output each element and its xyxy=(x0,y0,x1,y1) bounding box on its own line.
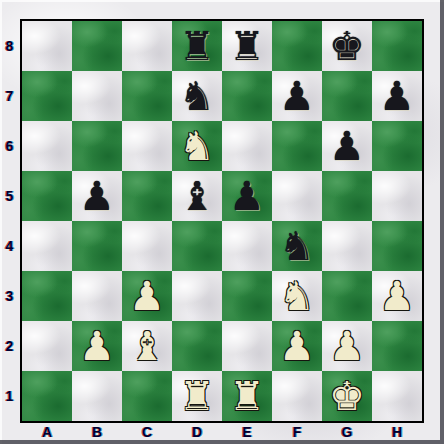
piece-black-king[interactable]: ♚ xyxy=(329,21,365,71)
square-f1[interactable] xyxy=(272,371,322,421)
square-d8[interactable]: ♜ xyxy=(172,21,222,71)
chess-diagram: ♜♜♚♞♟♟♞♟♟♝♟♞♟♞♟♟♝♟♟♜♜♚ 87654321 ABCDEFGH xyxy=(0,0,444,444)
square-a6[interactable] xyxy=(22,121,72,171)
square-f3[interactable]: ♞ xyxy=(272,271,322,321)
piece-white-rook[interactable]: ♜ xyxy=(179,371,215,421)
file-label-d: D xyxy=(172,423,222,441)
square-c6[interactable] xyxy=(122,121,172,171)
square-b5[interactable]: ♟ xyxy=(72,171,122,221)
square-a1[interactable] xyxy=(22,371,72,421)
file-label-c: C xyxy=(122,423,172,441)
square-f4[interactable]: ♞ xyxy=(272,221,322,271)
square-h5[interactable] xyxy=(372,171,422,221)
rank-label-6: 6 xyxy=(0,121,19,171)
square-d3[interactable] xyxy=(172,271,222,321)
square-e4[interactable] xyxy=(222,221,272,271)
square-h8[interactable] xyxy=(372,21,422,71)
square-f6[interactable] xyxy=(272,121,322,171)
square-d5[interactable]: ♝ xyxy=(172,171,222,221)
square-h1[interactable] xyxy=(372,371,422,421)
square-c7[interactable] xyxy=(122,71,172,121)
square-e3[interactable] xyxy=(222,271,272,321)
square-b4[interactable] xyxy=(72,221,122,271)
piece-black-pawn[interactable]: ♟ xyxy=(229,171,265,221)
file-label-h: H xyxy=(372,423,422,441)
square-a4[interactable] xyxy=(22,221,72,271)
file-label-e: E xyxy=(222,423,272,441)
square-b7[interactable] xyxy=(72,71,122,121)
square-f8[interactable] xyxy=(272,21,322,71)
square-c3[interactable]: ♟ xyxy=(122,271,172,321)
piece-black-pawn[interactable]: ♟ xyxy=(279,71,315,121)
square-d1[interactable]: ♜ xyxy=(172,371,222,421)
square-e8[interactable]: ♜ xyxy=(222,21,272,71)
piece-black-pawn[interactable]: ♟ xyxy=(329,121,365,171)
piece-black-knight[interactable]: ♞ xyxy=(279,221,315,271)
square-f2[interactable]: ♟ xyxy=(272,321,322,371)
square-c5[interactable] xyxy=(122,171,172,221)
square-g4[interactable] xyxy=(322,221,372,271)
square-d4[interactable] xyxy=(172,221,222,271)
square-c8[interactable] xyxy=(122,21,172,71)
square-f7[interactable]: ♟ xyxy=(272,71,322,121)
piece-black-bishop[interactable]: ♝ xyxy=(179,171,215,221)
piece-white-pawn[interactable]: ♟ xyxy=(379,271,415,321)
piece-black-rook[interactable]: ♜ xyxy=(229,21,265,71)
piece-white-rook[interactable]: ♜ xyxy=(229,371,265,421)
file-label-a: A xyxy=(22,423,72,441)
square-d7[interactable]: ♞ xyxy=(172,71,222,121)
file-label-b: B xyxy=(72,423,122,441)
piece-white-pawn[interactable]: ♟ xyxy=(79,321,115,371)
square-a8[interactable] xyxy=(22,21,72,71)
piece-white-king[interactable]: ♚ xyxy=(329,371,365,421)
square-g6[interactable]: ♟ xyxy=(322,121,372,171)
piece-black-knight[interactable]: ♞ xyxy=(179,71,215,121)
piece-white-knight[interactable]: ♞ xyxy=(179,121,215,171)
piece-black-pawn[interactable]: ♟ xyxy=(79,171,115,221)
square-b8[interactable] xyxy=(72,21,122,71)
square-h2[interactable] xyxy=(372,321,422,371)
rank-label-4: 4 xyxy=(0,221,19,271)
piece-black-pawn[interactable]: ♟ xyxy=(379,71,415,121)
square-h3[interactable]: ♟ xyxy=(372,271,422,321)
square-g5[interactable] xyxy=(322,171,372,221)
square-g8[interactable]: ♚ xyxy=(322,21,372,71)
piece-white-pawn[interactable]: ♟ xyxy=(279,321,315,371)
file-label-f: F xyxy=(272,423,322,441)
file-label-g: G xyxy=(322,423,372,441)
square-b6[interactable] xyxy=(72,121,122,171)
square-g1[interactable]: ♚ xyxy=(322,371,372,421)
square-a5[interactable] xyxy=(22,171,72,221)
square-a3[interactable] xyxy=(22,271,72,321)
rank-label-8: 8 xyxy=(0,21,19,71)
square-h7[interactable]: ♟ xyxy=(372,71,422,121)
square-e1[interactable]: ♜ xyxy=(222,371,272,421)
rank-label-2: 2 xyxy=(0,321,19,371)
square-c1[interactable] xyxy=(122,371,172,421)
square-b3[interactable] xyxy=(72,271,122,321)
piece-white-bishop[interactable]: ♝ xyxy=(129,321,165,371)
square-b2[interactable]: ♟ xyxy=(72,321,122,371)
square-d2[interactable] xyxy=(172,321,222,371)
square-b1[interactable] xyxy=(72,371,122,421)
square-d6[interactable]: ♞ xyxy=(172,121,222,171)
piece-white-pawn[interactable]: ♟ xyxy=(329,321,365,371)
square-h4[interactable] xyxy=(372,221,422,271)
square-c2[interactable]: ♝ xyxy=(122,321,172,371)
square-a7[interactable] xyxy=(22,71,72,121)
piece-white-knight[interactable]: ♞ xyxy=(279,271,315,321)
square-e2[interactable] xyxy=(222,321,272,371)
piece-black-rook[interactable]: ♜ xyxy=(179,21,215,71)
rank-label-7: 7 xyxy=(0,71,19,121)
square-a2[interactable] xyxy=(22,321,72,371)
rank-label-1: 1 xyxy=(0,371,19,421)
square-e7[interactable] xyxy=(222,71,272,121)
square-e5[interactable]: ♟ xyxy=(222,171,272,221)
rank-label-5: 5 xyxy=(0,171,19,221)
square-g3[interactable] xyxy=(322,271,372,321)
square-g2[interactable]: ♟ xyxy=(322,321,372,371)
square-c4[interactable] xyxy=(122,221,172,271)
piece-white-pawn[interactable]: ♟ xyxy=(129,271,165,321)
square-f5[interactable] xyxy=(272,171,322,221)
square-e6[interactable] xyxy=(222,121,272,171)
chess-board: ♜♜♚♞♟♟♞♟♟♝♟♞♟♞♟♟♝♟♟♜♜♚ xyxy=(20,19,424,423)
square-g7[interactable] xyxy=(322,71,372,121)
square-h6[interactable] xyxy=(372,121,422,171)
rank-label-3: 3 xyxy=(0,271,19,321)
